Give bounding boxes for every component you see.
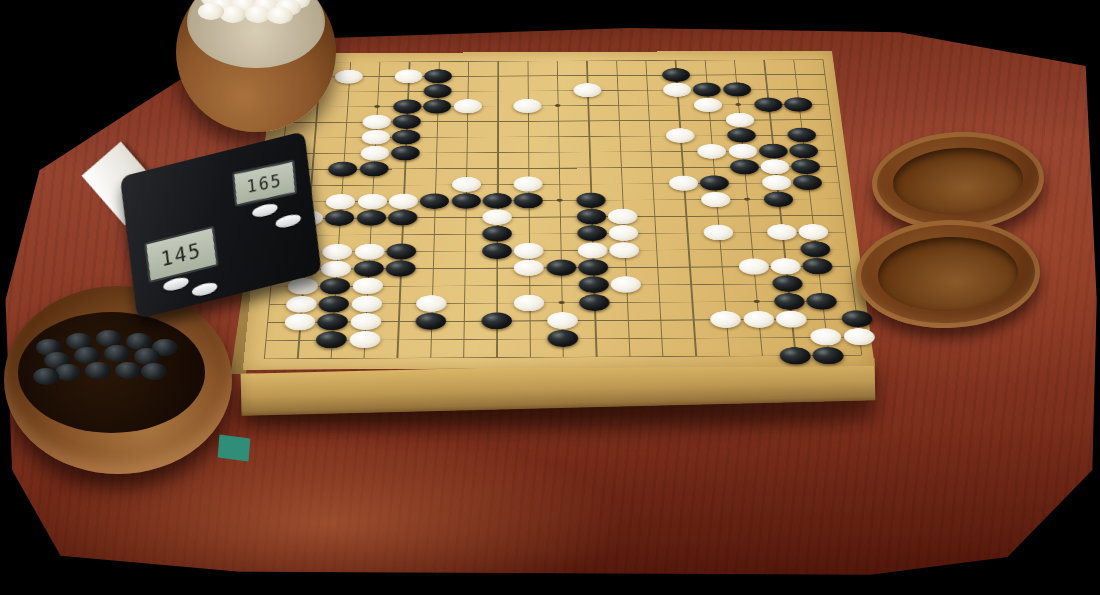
white-stone [843, 328, 876, 345]
black-stone [812, 347, 845, 364]
white-stone [335, 70, 364, 84]
black-stone [359, 161, 389, 176]
white-stone [360, 146, 389, 161]
black-stone [802, 258, 834, 274]
black-stone [578, 259, 608, 275]
black-stone [806, 293, 838, 310]
white-stone [453, 99, 481, 113]
black-stone [726, 128, 756, 143]
black-stone [423, 99, 451, 113]
go-board [243, 51, 875, 370]
white-stone [609, 225, 639, 241]
star-point [735, 103, 741, 106]
black-stone [393, 99, 422, 113]
black-bowl-stone [115, 362, 141, 379]
black-stone [482, 193, 511, 208]
white-stone [609, 242, 639, 258]
black-stone [662, 68, 691, 82]
bowl-lid-2-inner [877, 235, 1019, 313]
white-stone [577, 242, 607, 258]
white-stone [416, 295, 447, 312]
black-stone [317, 313, 349, 330]
white-stone [666, 128, 695, 143]
black-stone [577, 225, 607, 241]
black-stone [579, 294, 610, 311]
black-stone [729, 159, 759, 174]
black-stone [772, 275, 804, 291]
white-stone [362, 115, 391, 129]
white-stone [351, 295, 382, 312]
white-stone [514, 294, 544, 311]
black-stone [692, 83, 721, 97]
black-stone [773, 293, 805, 310]
black-bowl-stone [33, 368, 59, 385]
black-stone [763, 191, 794, 206]
star-point [559, 301, 565, 304]
black-bowl-stone [85, 362, 111, 379]
white-stone [725, 113, 754, 127]
black-stone [415, 313, 446, 330]
white-stone [766, 224, 797, 240]
black-stone [514, 193, 543, 208]
black-stone [722, 82, 751, 96]
white-stone [798, 224, 829, 240]
white-stone [326, 194, 356, 209]
black-stone [424, 69, 452, 83]
white-stone [728, 144, 758, 159]
black-stone [577, 209, 607, 225]
white-stone [663, 83, 692, 97]
black-stone [324, 210, 354, 226]
clock-display-lower: 145 [144, 226, 219, 283]
go-scene: 165 145 [0, 0, 1100, 595]
white-stone [573, 83, 601, 97]
white-stone [547, 312, 578, 329]
white-stone [694, 98, 723, 112]
star-point [374, 105, 380, 108]
white-stone [703, 225, 734, 241]
white-stone [742, 311, 774, 328]
black-stone [420, 193, 450, 208]
black-stone [800, 241, 831, 257]
black-stone [482, 226, 512, 242]
black-stone [840, 310, 873, 327]
black-bowl-stone [55, 364, 81, 381]
white-stone [608, 209, 638, 225]
white-stone [701, 192, 731, 207]
black-stone [546, 259, 576, 275]
white-stone [514, 99, 542, 113]
black-stone [318, 295, 349, 312]
black-stone [388, 210, 418, 226]
white-stone [760, 159, 790, 174]
white-stone [352, 278, 383, 294]
white-bowl-stone [220, 6, 246, 23]
game-clock-body: 165 145 [120, 131, 322, 319]
white-stone [388, 193, 418, 208]
black-stone [385, 260, 416, 276]
white-stone [354, 243, 385, 259]
black-stone [787, 128, 817, 143]
black-bowl-stone [141, 363, 167, 380]
white-stone [738, 258, 769, 274]
white-stone [761, 175, 791, 190]
white-stone [514, 260, 544, 276]
black-stone [792, 175, 823, 190]
white-stone [669, 176, 699, 191]
white-stone [349, 331, 381, 348]
black-stone [451, 193, 480, 208]
bowl-lid-1-inner [891, 144, 1025, 217]
clock-display-upper: 165 [232, 159, 297, 207]
black-bowl-stone [126, 333, 152, 350]
white-stone [514, 243, 544, 259]
black-stone [481, 312, 512, 329]
white-stone [514, 176, 543, 191]
white-bowl-stone [267, 7, 293, 24]
black-stone [789, 143, 819, 158]
black-stone [356, 210, 386, 226]
black-stone [779, 347, 812, 364]
black-stone [699, 175, 729, 190]
black-stone [391, 145, 420, 160]
black-stone [392, 114, 421, 128]
white-stone [357, 194, 387, 209]
star-point [555, 104, 560, 107]
black-stone [547, 330, 578, 347]
star-point [744, 198, 750, 201]
clock-button [252, 202, 279, 219]
black-stone [791, 159, 821, 174]
star-point [754, 300, 760, 303]
white-stone [611, 276, 642, 292]
white-stone [482, 209, 511, 225]
star-point [557, 199, 563, 202]
clock-button [191, 281, 218, 298]
white-stone [710, 311, 742, 328]
white-stone [284, 313, 316, 330]
white-stone [697, 144, 727, 159]
black-stone [424, 84, 452, 98]
black-stone [576, 192, 606, 207]
white-stone [394, 69, 422, 83]
black-stone [578, 276, 609, 292]
black-stone [783, 97, 813, 111]
black-stone [758, 143, 788, 158]
black-bowl-stone [104, 345, 130, 362]
black-stone [316, 331, 348, 348]
white-stone [451, 177, 480, 192]
black-stone-bowl-mouth [18, 312, 205, 432]
black-stone [482, 243, 512, 259]
white-stone [350, 313, 381, 330]
clock-button [275, 212, 302, 229]
white-stone [770, 258, 802, 274]
white-stone [810, 328, 843, 345]
black-stone [328, 161, 358, 176]
white-stone [775, 311, 807, 328]
white-stone [361, 130, 390, 145]
black-stone [386, 243, 416, 259]
white-stone [286, 296, 318, 313]
white-stone-bowl-mouth [187, 0, 325, 68]
black-stone [754, 97, 783, 111]
black-stone [353, 260, 384, 276]
black-stone [391, 130, 420, 145]
